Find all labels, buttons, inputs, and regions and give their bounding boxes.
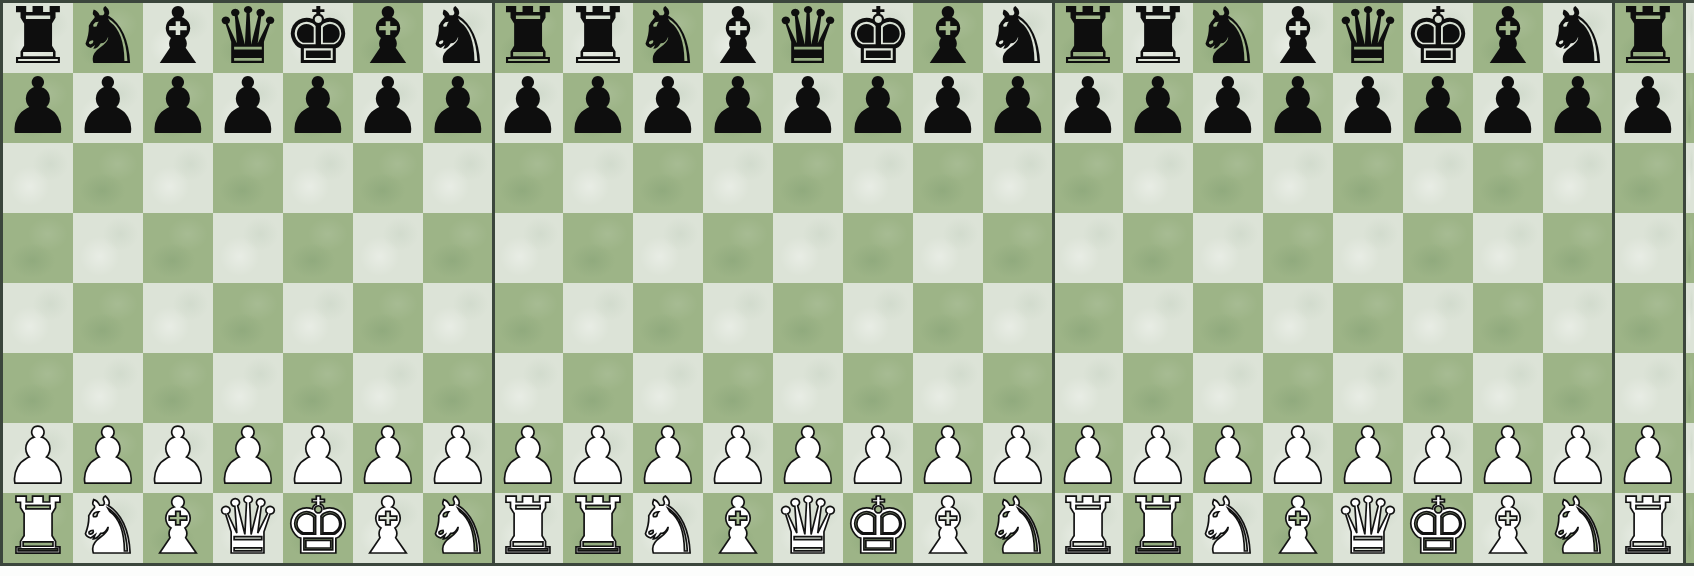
square[interactable]: ♝ <box>913 493 983 563</box>
square[interactable] <box>983 353 1053 423</box>
square[interactable]: ♝ <box>1473 3 1543 73</box>
square[interactable] <box>633 143 703 213</box>
square[interactable]: ♟ <box>773 423 843 493</box>
square[interactable] <box>1123 283 1193 353</box>
square[interactable]: ♜ <box>1053 3 1123 73</box>
square[interactable]: ♜ <box>493 493 563 563</box>
black-pawn[interactable]: ♟ <box>1193 73 1263 141</box>
white-pawn[interactable]: ♟ <box>423 423 493 491</box>
square[interactable]: ♞ <box>423 3 493 73</box>
square[interactable]: ♛ <box>1333 3 1403 73</box>
black-knight[interactable]: ♞ <box>73 3 143 71</box>
square[interactable] <box>983 213 1053 283</box>
white-pawn[interactable]: ♟ <box>563 423 633 491</box>
square[interactable] <box>423 283 493 353</box>
black-pawn[interactable]: ♟ <box>563 73 633 141</box>
square[interactable] <box>423 213 493 283</box>
square[interactable] <box>1053 353 1123 423</box>
white-bishop[interactable]: ♝ <box>143 493 213 561</box>
square[interactable]: ♟ <box>1123 73 1193 143</box>
square[interactable]: ♟ <box>1123 423 1193 493</box>
white-king[interactable]: ♚ <box>283 493 353 561</box>
square[interactable]: ♟ <box>213 423 283 493</box>
square[interactable]: ♚ <box>843 493 913 563</box>
square[interactable] <box>1473 213 1543 283</box>
cropped-column-sliver <box>1686 353 1694 423</box>
square[interactable] <box>1613 213 1683 283</box>
square[interactable] <box>773 213 843 283</box>
white-pawn[interactable]: ♟ <box>1333 423 1403 491</box>
square[interactable]: ♜ <box>1123 493 1193 563</box>
black-bishop[interactable]: ♝ <box>353 3 423 71</box>
square[interactable]: ♟ <box>3 423 73 493</box>
white-pawn[interactable]: ♟ <box>1613 423 1683 491</box>
white-pawn[interactable]: ♟ <box>703 423 773 491</box>
white-rook[interactable]: ♜ <box>3 493 73 561</box>
square[interactable] <box>283 353 353 423</box>
white-pawn[interactable]: ♟ <box>843 423 913 491</box>
square[interactable]: ♜ <box>1613 493 1683 563</box>
white-rook[interactable]: ♜ <box>493 493 563 561</box>
black-queen[interactable]: ♛ <box>773 3 843 71</box>
black-pawn[interactable]: ♟ <box>493 73 563 141</box>
white-rook[interactable]: ♜ <box>1613 493 1683 561</box>
square[interactable]: ♟ <box>353 423 423 493</box>
black-queen[interactable]: ♛ <box>1333 3 1403 71</box>
white-rook[interactable]: ♜ <box>1123 493 1193 561</box>
white-pawn[interactable]: ♟ <box>213 423 283 491</box>
square[interactable] <box>1263 213 1333 283</box>
square[interactable] <box>1613 353 1683 423</box>
square[interactable]: ♞ <box>73 3 143 73</box>
white-knight[interactable]: ♞ <box>423 493 493 561</box>
square[interactable]: ♟ <box>1543 73 1613 143</box>
black-pawn[interactable]: ♟ <box>353 73 423 141</box>
white-pawn[interactable]: ♟ <box>1543 423 1613 491</box>
square[interactable] <box>1193 283 1263 353</box>
square[interactable]: ♟ <box>73 73 143 143</box>
square[interactable]: ♚ <box>843 3 913 73</box>
square[interactable] <box>1123 353 1193 423</box>
white-knight[interactable]: ♞ <box>1193 493 1263 561</box>
square[interactable] <box>1053 143 1123 213</box>
black-knight[interactable]: ♞ <box>1193 3 1263 71</box>
white-bishop[interactable]: ♝ <box>353 493 423 561</box>
black-rook[interactable]: ♜ <box>1123 3 1193 71</box>
square[interactable] <box>1053 213 1123 283</box>
black-pawn[interactable]: ♟ <box>773 73 843 141</box>
square[interactable] <box>143 213 213 283</box>
square[interactable] <box>213 143 283 213</box>
white-queen[interactable]: ♛ <box>773 493 843 561</box>
white-pawn[interactable]: ♟ <box>143 423 213 491</box>
square[interactable] <box>1543 213 1613 283</box>
black-knight[interactable]: ♞ <box>633 3 703 71</box>
square[interactable]: ♟ <box>1333 423 1403 493</box>
square[interactable] <box>3 143 73 213</box>
white-pawn[interactable]: ♟ <box>913 423 983 491</box>
square[interactable]: ♝ <box>143 3 213 73</box>
white-king[interactable]: ♚ <box>843 493 913 561</box>
square[interactable] <box>1333 283 1403 353</box>
square[interactable] <box>1333 353 1403 423</box>
black-knight[interactable]: ♞ <box>983 3 1053 71</box>
square[interactable]: ♛ <box>213 493 283 563</box>
white-pawn[interactable]: ♟ <box>773 423 843 491</box>
square[interactable] <box>1053 283 1123 353</box>
cropped-column-sliver <box>1686 493 1694 563</box>
square[interactable] <box>143 283 213 353</box>
square[interactable]: ♞ <box>423 493 493 563</box>
square[interactable]: ♞ <box>983 493 1053 563</box>
square[interactable] <box>283 143 353 213</box>
square[interactable] <box>773 353 843 423</box>
square[interactable]: ♟ <box>1193 73 1263 143</box>
square[interactable] <box>1543 283 1613 353</box>
white-pawn[interactable]: ♟ <box>1123 423 1193 491</box>
board-frame: ♜♞♝♛♚♝♞♜♜♞♝♛♚♝♞♜♜♞♝♛♚♝♞♜♟♟♟♟♟♟♟♟♟♟♟♟♟♟♟♟… <box>0 0 1694 566</box>
square[interactable] <box>843 353 913 423</box>
square[interactable]: ♛ <box>773 3 843 73</box>
black-pawn[interactable]: ♟ <box>633 73 703 141</box>
black-king[interactable]: ♚ <box>843 3 913 71</box>
square[interactable] <box>493 353 563 423</box>
square[interactable] <box>493 143 563 213</box>
square[interactable]: ♞ <box>633 493 703 563</box>
square[interactable]: ♜ <box>3 3 73 73</box>
black-queen[interactable]: ♛ <box>213 3 283 71</box>
black-knight[interactable]: ♞ <box>423 3 493 71</box>
square[interactable] <box>73 353 143 423</box>
square[interactable]: ♟ <box>913 73 983 143</box>
square[interactable]: ♟ <box>913 423 983 493</box>
square[interactable]: ♟ <box>283 423 353 493</box>
black-pawn[interactable]: ♟ <box>1123 73 1193 141</box>
square[interactable]: ♜ <box>3 493 73 563</box>
square[interactable]: ♟ <box>983 73 1053 143</box>
square[interactable]: ♟ <box>1053 73 1123 143</box>
square[interactable]: ♟ <box>703 423 773 493</box>
square[interactable] <box>1543 353 1613 423</box>
square[interactable]: ♜ <box>563 3 633 73</box>
square[interactable]: ♝ <box>703 493 773 563</box>
black-bishop[interactable]: ♝ <box>1473 3 1543 71</box>
square[interactable] <box>1613 283 1683 353</box>
square[interactable] <box>1473 143 1543 213</box>
black-bishop[interactable]: ♝ <box>143 3 213 71</box>
square[interactable]: ♟ <box>3 73 73 143</box>
square[interactable] <box>213 353 283 423</box>
square[interactable] <box>143 143 213 213</box>
square[interactable]: ♟ <box>493 423 563 493</box>
square[interactable]: ♟ <box>843 423 913 493</box>
square[interactable]: ♟ <box>703 73 773 143</box>
white-pawn[interactable]: ♟ <box>493 423 563 491</box>
black-pawn[interactable]: ♟ <box>1543 73 1613 141</box>
black-bishop[interactable]: ♝ <box>1263 3 1333 71</box>
square[interactable]: ♜ <box>1123 3 1193 73</box>
white-queen[interactable]: ♛ <box>213 493 283 561</box>
black-pawn[interactable]: ♟ <box>913 73 983 141</box>
square[interactable] <box>1333 143 1403 213</box>
square[interactable] <box>423 143 493 213</box>
cropped-column-sliver <box>1686 213 1694 283</box>
square[interactable]: ♛ <box>213 3 283 73</box>
square[interactable]: ♜ <box>493 3 563 73</box>
square[interactable]: ♟ <box>143 423 213 493</box>
black-knight[interactable]: ♞ <box>1543 3 1613 71</box>
white-bishop[interactable]: ♝ <box>913 493 983 561</box>
chess-app-window: ♜♞♝♛♚♝♞♜♜♞♝♛♚♝♞♜♜♞♝♛♚♝♞♜♟♟♟♟♟♟♟♟♟♟♟♟♟♟♟♟… <box>0 0 1694 576</box>
black-pawn[interactable]: ♟ <box>423 73 493 141</box>
square[interactable]: ♟ <box>423 423 493 493</box>
white-pawn[interactable]: ♟ <box>1473 423 1543 491</box>
square[interactable] <box>353 353 423 423</box>
square[interactable]: ♛ <box>1333 493 1403 563</box>
square[interactable] <box>1403 353 1473 423</box>
cropped-column-sliver <box>1686 283 1694 353</box>
black-pawn[interactable]: ♟ <box>213 73 283 141</box>
square[interactable]: ♝ <box>353 3 423 73</box>
white-knight[interactable]: ♞ <box>633 493 703 561</box>
square[interactable]: ♟ <box>1403 73 1473 143</box>
square[interactable] <box>423 353 493 423</box>
black-pawn[interactable]: ♟ <box>283 73 353 141</box>
square[interactable] <box>843 213 913 283</box>
square[interactable] <box>1193 353 1263 423</box>
square[interactable] <box>1263 143 1333 213</box>
white-pawn[interactable]: ♟ <box>983 423 1053 491</box>
square[interactable]: ♟ <box>1543 423 1613 493</box>
square[interactable] <box>1333 213 1403 283</box>
white-rook[interactable]: ♜ <box>563 493 633 561</box>
square[interactable]: ♟ <box>493 73 563 143</box>
square[interactable]: ♜ <box>563 493 633 563</box>
square[interactable] <box>563 353 633 423</box>
chess-board[interactable]: ♜♞♝♛♚♝♞♜♜♞♝♛♚♝♞♜♜♞♝♛♚♝♞♜♟♟♟♟♟♟♟♟♟♟♟♟♟♟♟♟… <box>3 3 1694 563</box>
black-pawn[interactable]: ♟ <box>983 73 1053 141</box>
white-pawn[interactable]: ♟ <box>3 423 73 491</box>
square[interactable] <box>843 283 913 353</box>
square[interactable]: ♞ <box>1193 493 1263 563</box>
square[interactable] <box>913 143 983 213</box>
square[interactable]: ♟ <box>563 73 633 143</box>
black-pawn[interactable]: ♟ <box>1053 73 1123 141</box>
black-pawn[interactable]: ♟ <box>1333 73 1403 141</box>
square[interactable]: ♜ <box>1053 493 1123 563</box>
square[interactable] <box>283 283 353 353</box>
black-king[interactable]: ♚ <box>283 3 353 71</box>
white-bishop[interactable]: ♝ <box>1263 493 1333 561</box>
square[interactable] <box>1543 143 1613 213</box>
black-rook[interactable]: ♜ <box>1613 3 1683 71</box>
square[interactable] <box>563 283 633 353</box>
square[interactable] <box>703 353 773 423</box>
square[interactable]: ♟ <box>1613 423 1683 493</box>
square[interactable] <box>353 283 423 353</box>
square[interactable] <box>73 283 143 353</box>
square[interactable] <box>703 283 773 353</box>
square[interactable] <box>1403 213 1473 283</box>
white-rook[interactable]: ♜ <box>1053 493 1123 561</box>
square[interactable]: ♝ <box>1263 493 1333 563</box>
square[interactable]: ♞ <box>1543 493 1613 563</box>
square[interactable]: ♟ <box>73 423 143 493</box>
black-rook[interactable]: ♜ <box>493 3 563 71</box>
cropped-column-sliver <box>1686 143 1694 213</box>
square[interactable]: ♞ <box>633 3 703 73</box>
white-king[interactable]: ♚ <box>1403 493 1473 561</box>
square[interactable] <box>3 283 73 353</box>
white-pawn[interactable]: ♟ <box>1403 423 1473 491</box>
square[interactable]: ♚ <box>1403 493 1473 563</box>
square[interactable]: ♟ <box>843 73 913 143</box>
square[interactable]: ♟ <box>283 73 353 143</box>
square[interactable]: ♟ <box>563 423 633 493</box>
square[interactable] <box>633 353 703 423</box>
square[interactable]: ♝ <box>703 3 773 73</box>
square[interactable]: ♞ <box>983 3 1053 73</box>
black-pawn[interactable]: ♟ <box>1613 73 1683 141</box>
square[interactable]: ♝ <box>913 3 983 73</box>
square[interactable] <box>1123 143 1193 213</box>
square[interactable] <box>1123 213 1193 283</box>
square[interactable]: ♞ <box>1543 3 1613 73</box>
black-rook[interactable]: ♜ <box>3 3 73 71</box>
square[interactable]: ♟ <box>353 73 423 143</box>
square[interactable]: ♟ <box>1613 73 1683 143</box>
white-pawn[interactable]: ♟ <box>283 423 353 491</box>
square[interactable]: ♝ <box>1473 493 1543 563</box>
black-pawn[interactable]: ♟ <box>843 73 913 141</box>
white-knight[interactable]: ♞ <box>983 493 1053 561</box>
cropped-column-sliver <box>1686 423 1694 493</box>
square[interactable] <box>493 283 563 353</box>
square[interactable] <box>3 213 73 283</box>
square[interactable] <box>773 143 843 213</box>
square[interactable] <box>563 143 633 213</box>
square[interactable] <box>563 213 633 283</box>
square[interactable] <box>353 213 423 283</box>
square[interactable]: ♟ <box>1263 73 1333 143</box>
square[interactable]: ♝ <box>353 493 423 563</box>
white-bishop[interactable]: ♝ <box>703 493 773 561</box>
square[interactable]: ♛ <box>773 493 843 563</box>
square[interactable] <box>1473 283 1543 353</box>
black-pawn[interactable]: ♟ <box>1473 73 1543 141</box>
square[interactable] <box>1263 353 1333 423</box>
square[interactable]: ♟ <box>1473 73 1543 143</box>
white-queen[interactable]: ♛ <box>1333 493 1403 561</box>
cropped-column-sliver <box>1686 73 1694 143</box>
square[interactable] <box>73 213 143 283</box>
white-pawn[interactable]: ♟ <box>73 423 143 491</box>
square[interactable] <box>3 353 73 423</box>
black-king[interactable]: ♚ <box>1403 3 1473 71</box>
black-rook[interactable]: ♜ <box>563 3 633 71</box>
board-seam-line <box>492 3 495 563</box>
square[interactable] <box>773 283 843 353</box>
square[interactable]: ♟ <box>1053 423 1123 493</box>
square[interactable] <box>1403 283 1473 353</box>
square[interactable] <box>283 213 353 283</box>
square[interactable]: ♚ <box>1403 3 1473 73</box>
white-pawn[interactable]: ♟ <box>1193 423 1263 491</box>
square[interactable] <box>633 283 703 353</box>
square[interactable] <box>353 143 423 213</box>
square[interactable]: ♟ <box>633 423 703 493</box>
square[interactable]: ♟ <box>773 73 843 143</box>
square[interactable] <box>913 353 983 423</box>
white-pawn[interactable]: ♟ <box>633 423 703 491</box>
square[interactable] <box>73 143 143 213</box>
square[interactable] <box>983 283 1053 353</box>
square[interactable] <box>703 213 773 283</box>
square[interactable]: ♟ <box>1263 423 1333 493</box>
white-knight[interactable]: ♞ <box>73 493 143 561</box>
black-pawn[interactable]: ♟ <box>3 73 73 141</box>
square[interactable]: ♝ <box>143 493 213 563</box>
square[interactable] <box>843 143 913 213</box>
square[interactable]: ♟ <box>423 73 493 143</box>
square[interactable] <box>1263 283 1333 353</box>
square[interactable]: ♞ <box>73 493 143 563</box>
square[interactable]: ♞ <box>1193 3 1263 73</box>
square[interactable]: ♟ <box>1193 423 1263 493</box>
square[interactable] <box>213 283 283 353</box>
square[interactable]: ♟ <box>1473 423 1543 493</box>
black-pawn[interactable]: ♟ <box>1263 73 1333 141</box>
square[interactable] <box>633 213 703 283</box>
board-seam-line <box>1052 3 1055 563</box>
square[interactable]: ♟ <box>633 73 703 143</box>
white-pawn[interactable]: ♟ <box>1263 423 1333 491</box>
square[interactable]: ♟ <box>983 423 1053 493</box>
black-pawn[interactable]: ♟ <box>73 73 143 141</box>
black-pawn[interactable]: ♟ <box>1403 73 1473 141</box>
square[interactable] <box>143 353 213 423</box>
square[interactable]: ♝ <box>1263 3 1333 73</box>
black-rook[interactable]: ♜ <box>1053 3 1123 71</box>
square[interactable] <box>1193 213 1263 283</box>
square[interactable] <box>913 283 983 353</box>
square[interactable]: ♟ <box>1333 73 1403 143</box>
square[interactable]: ♟ <box>213 73 283 143</box>
square[interactable]: ♟ <box>143 73 213 143</box>
white-pawn[interactable]: ♟ <box>1053 423 1123 491</box>
square[interactable]: ♚ <box>283 3 353 73</box>
black-bishop[interactable]: ♝ <box>703 3 773 71</box>
square[interactable] <box>703 143 773 213</box>
square[interactable] <box>1473 353 1543 423</box>
white-pawn[interactable]: ♟ <box>353 423 423 491</box>
square[interactable] <box>1403 143 1473 213</box>
black-bishop[interactable]: ♝ <box>913 3 983 71</box>
square[interactable] <box>983 143 1053 213</box>
square[interactable] <box>213 213 283 283</box>
square[interactable]: ♚ <box>283 493 353 563</box>
white-bishop[interactable]: ♝ <box>1473 493 1543 561</box>
black-pawn[interactable]: ♟ <box>143 73 213 141</box>
square[interactable]: ♟ <box>1403 423 1473 493</box>
square[interactable]: ♜ <box>1613 3 1683 73</box>
square[interactable] <box>1193 143 1263 213</box>
square[interactable] <box>913 213 983 283</box>
black-pawn[interactable]: ♟ <box>703 73 773 141</box>
white-knight[interactable]: ♞ <box>1543 493 1613 561</box>
square[interactable] <box>493 213 563 283</box>
square[interactable] <box>1613 143 1683 213</box>
